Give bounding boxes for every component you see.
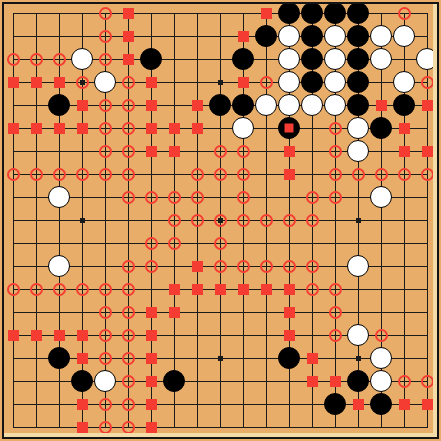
red-circle-marker <box>260 214 273 227</box>
red-square-marker <box>215 284 226 295</box>
white-stone <box>94 71 116 93</box>
red-square-marker <box>261 8 272 19</box>
red-square-marker <box>307 353 318 364</box>
black-stone <box>301 25 323 47</box>
red-circle-marker <box>122 99 135 112</box>
red-square-marker <box>146 399 157 410</box>
red-square-marker <box>123 54 134 65</box>
red-square-marker <box>192 261 203 272</box>
red-circle-marker <box>76 168 89 181</box>
black-stone <box>163 370 185 392</box>
red-circle-marker <box>53 283 66 296</box>
red-circle-marker <box>7 283 20 296</box>
red-circle-marker <box>375 168 388 181</box>
red-square-marker <box>284 284 295 295</box>
red-square-marker <box>399 123 410 134</box>
white-stone <box>94 370 116 392</box>
hoshi-dot <box>356 356 361 361</box>
red-circle-marker <box>99 30 112 43</box>
red-square-marker <box>284 169 295 180</box>
red-circle-marker <box>329 329 342 342</box>
red-circle-marker <box>329 168 342 181</box>
red-circle-marker <box>306 191 319 204</box>
black-stone <box>301 71 323 93</box>
red-circle-marker <box>421 76 434 89</box>
red-square-marker <box>169 307 180 318</box>
black-stone <box>48 94 70 116</box>
white-stone <box>324 94 346 116</box>
red-square-marker <box>8 77 19 88</box>
black-stone <box>71 370 93 392</box>
red-circle-marker <box>329 306 342 319</box>
white-stone <box>324 71 346 93</box>
black-stone <box>48 347 70 369</box>
red-circle-marker <box>306 214 319 227</box>
red-square-marker <box>399 399 410 410</box>
grid-line-horizontal <box>13 312 428 313</box>
red-square-marker <box>169 123 180 134</box>
white-stone <box>278 25 300 47</box>
red-circle-marker <box>168 214 181 227</box>
red-circle-marker <box>375 329 388 342</box>
red-circle-marker <box>99 122 112 135</box>
black-stone <box>347 2 369 24</box>
red-square-marker <box>238 77 249 88</box>
red-circle-marker <box>145 191 158 204</box>
red-circle-marker <box>329 145 342 158</box>
grid-line-horizontal <box>13 427 428 428</box>
red-square-marker <box>261 284 272 295</box>
black-stone <box>278 347 300 369</box>
red-circle-marker <box>99 398 112 411</box>
black-stone <box>347 71 369 93</box>
red-square-marker <box>238 284 249 295</box>
red-square-marker <box>77 399 88 410</box>
red-square-marker <box>146 376 157 387</box>
red-circle-marker <box>329 191 342 204</box>
red-circle-marker <box>122 76 135 89</box>
red-square-marker <box>77 100 88 111</box>
red-circle-marker <box>7 168 20 181</box>
red-square-marker <box>77 353 88 364</box>
white-stone <box>48 255 70 277</box>
red-square-marker <box>77 330 88 341</box>
red-circle-marker <box>191 214 204 227</box>
red-square-marker <box>146 123 157 134</box>
white-stone <box>347 324 369 346</box>
white-stone <box>48 186 70 208</box>
red-circle-marker <box>122 283 135 296</box>
red-square-marker <box>284 330 295 341</box>
red-circle-marker <box>99 7 112 20</box>
red-square-marker <box>123 8 134 19</box>
black-stone <box>370 117 392 139</box>
red-square-marker <box>123 31 134 42</box>
red-circle-marker <box>53 53 66 66</box>
red-circle-marker <box>145 237 158 250</box>
white-stone <box>370 25 392 47</box>
hoshi-dot <box>80 218 85 223</box>
red-circle-marker <box>214 260 227 273</box>
white-stone <box>71 48 93 70</box>
red-circle-marker <box>260 260 273 273</box>
red-circle-marker <box>191 191 204 204</box>
black-stone <box>301 2 323 24</box>
red-square-marker <box>284 307 295 318</box>
red-square-marker <box>399 146 410 157</box>
red-circle-marker <box>122 260 135 273</box>
red-circle-marker <box>122 398 135 411</box>
hoshi-dot <box>356 218 361 223</box>
red-circle-marker <box>421 168 434 181</box>
red-square-marker <box>31 123 42 134</box>
black-stone-last-move <box>278 117 300 139</box>
red-square-marker <box>31 77 42 88</box>
red-square-marker <box>376 100 387 111</box>
red-square-marker <box>146 146 157 157</box>
black-stone <box>393 94 415 116</box>
red-circle-marker <box>122 191 135 204</box>
white-stone <box>347 255 369 277</box>
red-circle-marker <box>122 352 135 365</box>
red-square-marker <box>307 376 318 387</box>
red-circle-marker <box>398 7 411 20</box>
red-circle-marker <box>237 214 250 227</box>
black-stone <box>140 48 162 70</box>
red-circle-marker <box>122 168 135 181</box>
hoshi-dot <box>218 356 223 361</box>
red-circle-marker <box>122 329 135 342</box>
red-circle-marker <box>145 260 158 273</box>
black-stone <box>324 393 346 415</box>
white-stone <box>393 25 415 47</box>
red-square-marker <box>8 330 19 341</box>
grid-line-horizontal <box>13 404 428 405</box>
red-square-marker <box>54 123 65 134</box>
red-square-marker <box>422 100 433 111</box>
red-circle-marker <box>122 122 135 135</box>
red-circle-marker <box>214 214 227 227</box>
red-square-marker <box>54 330 65 341</box>
red-circle-marker <box>30 168 43 181</box>
red-circle-marker <box>283 214 296 227</box>
white-stone <box>347 140 369 162</box>
black-stone <box>370 393 392 415</box>
red-circle-marker <box>122 145 135 158</box>
black-stone <box>347 94 369 116</box>
red-circle-marker <box>398 375 411 388</box>
last-move-marker <box>285 124 294 133</box>
red-circle-marker <box>260 76 273 89</box>
white-stone <box>370 347 392 369</box>
white-stone <box>416 48 438 70</box>
red-square-marker <box>146 353 157 364</box>
red-circle-marker <box>122 375 135 388</box>
red-circle-marker <box>329 283 342 296</box>
red-circle-marker <box>168 191 181 204</box>
red-circle-marker <box>214 145 227 158</box>
white-stone <box>278 71 300 93</box>
red-circle-marker <box>306 283 319 296</box>
red-square-marker <box>77 422 88 433</box>
red-circle-marker <box>329 122 342 135</box>
red-circle-marker <box>237 168 250 181</box>
black-stone <box>347 48 369 70</box>
white-stone <box>278 94 300 116</box>
red-square-marker <box>238 31 249 42</box>
red-circle-marker <box>122 306 135 319</box>
red-square-marker <box>169 146 180 157</box>
white-stone <box>255 94 277 116</box>
red-circle-marker <box>191 168 204 181</box>
red-square-marker <box>146 330 157 341</box>
red-circle-marker <box>99 306 112 319</box>
white-stone <box>347 117 369 139</box>
red-square-marker <box>192 123 203 134</box>
white-stone <box>232 117 254 139</box>
red-square-marker <box>330 376 341 387</box>
red-circle-marker <box>398 168 411 181</box>
black-stone <box>347 25 369 47</box>
red-square-marker <box>8 123 19 134</box>
red-circle-marker <box>237 260 250 273</box>
white-stone <box>301 94 323 116</box>
red-square-marker <box>169 284 180 295</box>
red-circle-marker <box>352 168 365 181</box>
white-stone <box>370 48 392 70</box>
red-square-marker <box>422 399 433 410</box>
red-circle-marker <box>306 260 319 273</box>
hoshi-dot <box>218 80 223 85</box>
white-stone <box>370 186 392 208</box>
red-circle-marker <box>7 53 20 66</box>
red-circle-marker <box>168 237 181 250</box>
red-circle-marker <box>421 375 434 388</box>
red-square-marker <box>353 399 364 410</box>
white-stone <box>324 25 346 47</box>
red-circle-marker <box>99 352 112 365</box>
white-stone <box>370 370 392 392</box>
black-stone <box>255 25 277 47</box>
red-square-marker <box>192 100 203 111</box>
red-circle-marker <box>237 191 250 204</box>
red-circle-marker <box>122 421 135 434</box>
red-square-marker <box>54 77 65 88</box>
red-square-marker <box>31 330 42 341</box>
red-square-marker <box>146 77 157 88</box>
black-stone <box>278 2 300 24</box>
red-circle-marker <box>99 283 112 296</box>
red-circle-marker <box>237 145 250 158</box>
black-stone <box>232 94 254 116</box>
red-square-marker <box>146 422 157 433</box>
red-circle-marker <box>30 283 43 296</box>
white-stone <box>278 48 300 70</box>
red-square-marker <box>192 284 203 295</box>
red-circle-marker <box>99 145 112 158</box>
white-stone <box>393 71 415 93</box>
red-circle-marker <box>99 421 112 434</box>
red-circle-marker <box>76 76 89 89</box>
black-stone <box>232 48 254 70</box>
red-circle-marker <box>76 283 89 296</box>
black-stone <box>324 2 346 24</box>
black-stone <box>209 94 231 116</box>
red-circle-marker <box>99 329 112 342</box>
red-circle-marker <box>99 168 112 181</box>
red-circle-marker <box>99 99 112 112</box>
red-square-marker <box>284 146 295 157</box>
red-square-marker <box>422 146 433 157</box>
red-circle-marker <box>99 53 112 66</box>
red-circle-marker <box>53 168 66 181</box>
red-circle-marker <box>30 53 43 66</box>
black-stone <box>347 370 369 392</box>
red-square-marker <box>146 100 157 111</box>
black-stone <box>301 48 323 70</box>
white-stone <box>324 48 346 70</box>
red-square-marker <box>146 307 157 318</box>
red-square-marker <box>77 123 88 134</box>
red-circle-marker <box>214 237 227 250</box>
go-board[interactable] <box>0 0 441 441</box>
red-circle-marker <box>283 260 296 273</box>
red-circle-marker <box>214 168 227 181</box>
